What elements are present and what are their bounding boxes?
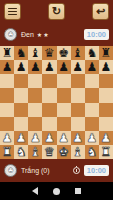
undo-icon: ↩ [96,6,105,17]
piece-black-rook[interactable]: ♜ [2,47,13,59]
piece-black-pawn[interactable]: ♟ [2,61,13,73]
board-square[interactable] [42,117,56,131]
board-square[interactable] [14,74,28,88]
black-avatar: ☺ [4,28,17,41]
board-square[interactable] [0,117,14,131]
android-nav-bar [0,182,113,200]
black-difficulty-stars: ★★ [37,31,50,38]
board-square[interactable]: ♜ [0,145,14,159]
chess-board: ♜♞♝♛♚♝♞♜♟♟♟♟♟♟♟♟♟♟♟♟♟♟♟♟♜♞♝♛♚♝♞♜ [0,46,113,159]
board-square[interactable]: ♟ [14,60,28,74]
piece-black-pawn[interactable]: ♟ [86,61,97,73]
black-player-bar: ☺ Đen ★★ 10:00 [0,23,113,46]
recents-icon[interactable] [75,188,81,194]
piece-white-pawn[interactable]: ♟ [44,131,55,143]
piece-white-rook[interactable]: ♜ [2,145,13,157]
piece-black-pawn[interactable]: ♟ [58,61,69,73]
board-square[interactable] [0,74,14,88]
board-square[interactable]: ♚ [57,46,71,60]
board-square[interactable]: ♜ [0,46,14,60]
board-square[interactable] [57,117,71,131]
board-square[interactable] [85,103,99,117]
piece-black-pawn[interactable]: ♟ [101,61,112,73]
board-square[interactable] [28,117,42,131]
board-square[interactable] [85,74,99,88]
piece-white-pawn[interactable]: ♟ [16,131,27,143]
board-square[interactable]: ♝ [71,145,85,159]
refresh-icon: ↻ [52,6,61,17]
piece-black-pawn[interactable]: ♟ [16,61,27,73]
board-square[interactable] [28,74,42,88]
board-square[interactable]: ♞ [14,145,28,159]
piece-black-queen[interactable]: ♛ [44,47,55,59]
piece-white-knight[interactable]: ♞ [16,145,27,157]
piece-white-pawn[interactable]: ♟ [2,131,13,143]
chess-app-screen: ↻ ↩ ☺ Đen ★★ 10:00 ♜♞♝♛♚♝♞♜♟♟♟♟♟♟♟♟♟♟♟♟♟… [0,0,113,200]
undo-button[interactable]: ↩ [92,3,109,20]
piece-black-pawn[interactable]: ♟ [72,61,83,73]
piece-white-rook[interactable]: ♜ [101,145,112,157]
board-square[interactable] [71,103,85,117]
board-square[interactable] [42,74,56,88]
board-square[interactable]: ♟ [0,60,14,74]
board-square[interactable] [85,88,99,102]
board-square[interactable]: ♟ [28,60,42,74]
white-player-name: Trắng (0) [21,167,50,174]
board-square[interactable]: ♟ [71,60,85,74]
black-clock: 10:00 [84,29,109,41]
board-square[interactable]: ♛ [42,145,56,159]
refresh-button[interactable]: ↻ [48,3,65,20]
board-square[interactable]: ♞ [85,145,99,159]
board-square[interactable]: ♟ [57,131,71,145]
white-clock: 10:00 [84,165,109,177]
board-square[interactable]: ♟ [85,60,99,74]
board-square[interactable] [71,117,85,131]
clock-icon [73,167,80,174]
board-square[interactable]: ♜ [99,46,113,60]
board-square[interactable]: ♟ [99,60,113,74]
piece-white-king[interactable]: ♚ [58,145,69,157]
board-square[interactable] [57,74,71,88]
board-square[interactable]: ♟ [99,131,113,145]
black-player-name: Đen [21,31,34,38]
piece-black-bishop[interactable]: ♝ [30,47,41,59]
back-icon[interactable] [32,187,38,195]
piece-white-bishop[interactable]: ♝ [30,145,41,157]
board-square[interactable] [14,117,28,131]
piece-white-knight[interactable]: ♞ [86,145,97,157]
piece-white-queen[interactable]: ♛ [44,145,55,157]
board-square[interactable]: ♟ [14,131,28,145]
piece-white-bishop[interactable]: ♝ [72,145,83,157]
board-square[interactable] [0,88,14,102]
piece-white-pawn[interactable]: ♟ [101,131,112,143]
white-player-bar: ☺ Trắng (0) 10:00 [0,159,113,182]
board-square[interactable] [42,88,56,102]
board-square[interactable]: ♟ [0,131,14,145]
board-square[interactable] [99,88,113,102]
piece-black-knight[interactable]: ♞ [16,47,27,59]
board-square[interactable]: ♟ [57,60,71,74]
home-icon[interactable] [53,188,60,195]
board-square[interactable] [14,103,28,117]
board-square[interactable]: ♞ [14,46,28,60]
menu-button[interactable] [4,3,21,20]
board-square[interactable] [0,103,14,117]
board-square[interactable] [71,88,85,102]
board-square[interactable]: ♚ [57,145,71,159]
board-square[interactable] [99,117,113,131]
board-square[interactable] [57,103,71,117]
board-square[interactable]: ♟ [28,131,42,145]
piece-white-pawn[interactable]: ♟ [58,131,69,143]
board-square[interactable] [42,103,56,117]
board-square[interactable]: ♟ [71,131,85,145]
white-avatar: ☺ [4,164,17,177]
piece-white-pawn[interactable]: ♟ [72,131,83,143]
board-square[interactable]: ♝ [28,46,42,60]
piece-black-rook[interactable]: ♜ [101,47,112,59]
board-square[interactable]: ♜ [99,145,113,159]
top-toolbar: ↻ ↩ [0,0,113,23]
board-square[interactable] [85,117,99,131]
piece-black-king[interactable]: ♚ [58,47,69,59]
piece-black-knight[interactable]: ♞ [86,47,97,59]
hamburger-icon [8,8,17,16]
piece-white-pawn[interactable]: ♟ [86,131,97,143]
board-square[interactable] [71,74,85,88]
piece-black-pawn[interactable]: ♟ [44,61,55,73]
piece-black-pawn[interactable]: ♟ [30,61,41,73]
board-square[interactable] [57,88,71,102]
board-square[interactable]: ♟ [85,131,99,145]
board-square[interactable] [28,103,42,117]
board-square[interactable]: ♛ [42,46,56,60]
board-square[interactable]: ♟ [42,131,56,145]
board-square[interactable]: ♟ [42,60,56,74]
piece-black-bishop[interactable]: ♝ [72,47,83,59]
board-square[interactable] [28,88,42,102]
board-square[interactable]: ♝ [28,145,42,159]
board-square[interactable] [14,88,28,102]
board-square[interactable]: ♞ [85,46,99,60]
board-square[interactable] [99,103,113,117]
board-square[interactable]: ♝ [71,46,85,60]
piece-white-pawn[interactable]: ♟ [30,131,41,143]
board-square[interactable] [99,74,113,88]
